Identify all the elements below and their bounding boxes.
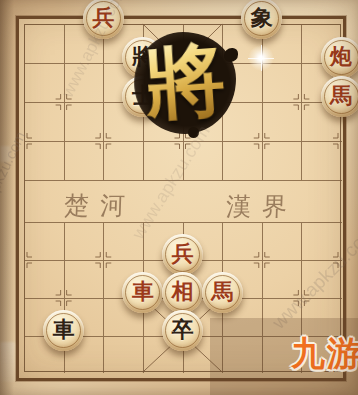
board-point[interactable]: [184, 181, 224, 223]
piece-black-general[interactable]: 將: [122, 37, 163, 78]
board-point[interactable]: [302, 142, 342, 181]
piece-red-horse[interactable]: 馬: [202, 272, 243, 313]
board-point[interactable]: [184, 25, 224, 64]
river-label-han: 漢界: [225, 190, 298, 223]
board-point[interactable]: [65, 223, 105, 261]
piece-black-advisor[interactable]: 士: [122, 76, 163, 117]
board-point[interactable]: [65, 64, 105, 103]
board-point[interactable]: [25, 261, 65, 299]
board-point[interactable]: [263, 223, 303, 261]
board-point[interactable]: [223, 223, 263, 261]
piece-black-soldier[interactable]: 卒: [162, 310, 203, 351]
piece-red-chariot[interactable]: 車: [122, 272, 163, 313]
board-point[interactable]: [25, 103, 65, 142]
board-point[interactable]: [184, 64, 224, 103]
board-point[interactable]: [25, 223, 65, 261]
jiuyou-logo-text: 九游: [291, 331, 358, 377]
board-point[interactable]: [302, 181, 342, 223]
board-point[interactable]: [263, 261, 303, 299]
board-point[interactable]: [223, 64, 263, 103]
piece-black-elephant[interactable]: 象: [241, 0, 282, 39]
board-point[interactable]: [184, 103, 224, 142]
board-point[interactable]: [25, 181, 65, 223]
board-point[interactable]: [302, 223, 342, 261]
board-point[interactable]: [184, 142, 224, 181]
board-point[interactable]: [302, 261, 342, 299]
piece-red-soldier[interactable]: 兵: [83, 0, 124, 39]
piece-red-elephant[interactable]: 相: [162, 272, 203, 313]
corner-stamp: [0, 146, 10, 162]
river-label-chu: 楚河: [63, 189, 136, 222]
board-point[interactable]: [223, 142, 263, 181]
piece-black-chariot[interactable]: 車: [43, 310, 84, 351]
board-point[interactable]: [144, 142, 184, 181]
edge-shadow: [0, 0, 14, 395]
board-point[interactable]: [65, 103, 105, 142]
board-point[interactable]: [104, 223, 144, 261]
corner-stamp: [0, 342, 15, 382]
board-point[interactable]: [104, 337, 144, 373]
board-point[interactable]: [263, 103, 303, 142]
xiangqi-game-screen: 楚河 漢界 兵象將炮士馬兵車相馬卒車 ✦ 將 www.apkzu.com www…: [0, 0, 358, 395]
board-point[interactable]: [65, 142, 105, 181]
board-point[interactable]: [223, 103, 263, 142]
piece-red-horse[interactable]: 馬: [321, 76, 358, 117]
board-point[interactable]: [263, 64, 303, 103]
board-point[interactable]: [25, 64, 65, 103]
board-point[interactable]: [25, 142, 65, 181]
board-point[interactable]: [263, 142, 303, 181]
board-point[interactable]: [65, 261, 105, 299]
board-point[interactable]: [144, 181, 184, 223]
piece-red-soldier[interactable]: 兵: [162, 234, 203, 275]
board-point[interactable]: [25, 25, 65, 64]
board-point[interactable]: [104, 142, 144, 181]
piece-red-cannon[interactable]: 炮: [321, 37, 358, 78]
